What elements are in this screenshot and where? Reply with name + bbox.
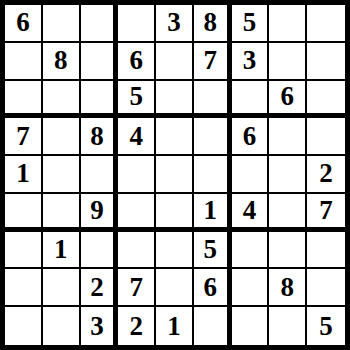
cell-r1c5[interactable]: 3	[156, 5, 194, 43]
cell-r9c2[interactable]	[43, 307, 81, 345]
cell-r8c7[interactable]	[232, 269, 270, 307]
cell-r4c5[interactable]	[156, 118, 194, 156]
cell-r1c2[interactable]	[43, 5, 81, 43]
cell-r9c9[interactable]: 5	[307, 307, 345, 345]
cell-r6c3[interactable]: 9	[81, 194, 119, 232]
cell-r1c7[interactable]: 5	[232, 5, 270, 43]
cell-r6c6[interactable]: 1	[194, 194, 232, 232]
cell-r6c1[interactable]	[5, 194, 43, 232]
cell-r8c6[interactable]: 6	[194, 269, 232, 307]
cell-r9c7[interactable]	[232, 307, 270, 345]
cell-r1c9[interactable]	[307, 5, 345, 43]
cell-r7c9[interactable]	[307, 232, 345, 270]
cell-r5c7[interactable]	[232, 156, 270, 194]
cell-r2c5[interactable]	[156, 43, 194, 81]
cell-r1c4[interactable]	[118, 5, 156, 43]
cell-r5c2[interactable]	[43, 156, 81, 194]
cell-r2c7[interactable]: 3	[232, 43, 270, 81]
cell-r5c6[interactable]	[194, 156, 232, 194]
cell-r2c8[interactable]	[269, 43, 307, 81]
cell-r1c1[interactable]: 6	[5, 5, 43, 43]
cell-r5c5[interactable]	[156, 156, 194, 194]
cell-r8c5[interactable]	[156, 269, 194, 307]
cell-r1c6[interactable]: 8	[194, 5, 232, 43]
cell-r8c9[interactable]	[307, 269, 345, 307]
cell-r9c3[interactable]: 3	[81, 307, 119, 345]
cell-r6c7[interactable]: 4	[232, 194, 270, 232]
cell-r3c8[interactable]: 6	[269, 81, 307, 119]
cell-r6c5[interactable]	[156, 194, 194, 232]
cell-r3c3[interactable]	[81, 81, 119, 119]
cell-r4c4[interactable]: 4	[118, 118, 156, 156]
cell-r4c6[interactable]	[194, 118, 232, 156]
cell-r9c5[interactable]: 1	[156, 307, 194, 345]
cell-r4c3[interactable]: 8	[81, 118, 119, 156]
cell-r3c6[interactable]	[194, 81, 232, 119]
cell-r3c9[interactable]	[307, 81, 345, 119]
cell-r4c8[interactable]	[269, 118, 307, 156]
cell-r5c3[interactable]	[81, 156, 119, 194]
cell-r8c1[interactable]	[5, 269, 43, 307]
cell-r7c6[interactable]: 5	[194, 232, 232, 270]
cell-r6c2[interactable]	[43, 194, 81, 232]
cell-r8c4[interactable]: 7	[118, 269, 156, 307]
cell-r4c9[interactable]	[307, 118, 345, 156]
cell-r5c8[interactable]	[269, 156, 307, 194]
cell-r7c1[interactable]	[5, 232, 43, 270]
cell-r2c1[interactable]	[5, 43, 43, 81]
cell-r8c8[interactable]: 8	[269, 269, 307, 307]
cell-r5c9[interactable]: 2	[307, 156, 345, 194]
cell-r9c4[interactable]: 2	[118, 307, 156, 345]
cell-r3c5[interactable]	[156, 81, 194, 119]
cell-r1c8[interactable]	[269, 5, 307, 43]
cell-r6c4[interactable]	[118, 194, 156, 232]
cell-r2c3[interactable]	[81, 43, 119, 81]
cell-r8c2[interactable]	[43, 269, 81, 307]
cell-r7c8[interactable]	[269, 232, 307, 270]
cell-r3c7[interactable]	[232, 81, 270, 119]
cell-r2c6[interactable]: 7	[194, 43, 232, 81]
cell-r5c4[interactable]	[118, 156, 156, 194]
cell-r7c5[interactable]	[156, 232, 194, 270]
cell-r9c8[interactable]	[269, 307, 307, 345]
cell-r5c1[interactable]: 1	[5, 156, 43, 194]
cell-r8c3[interactable]: 2	[81, 269, 119, 307]
cell-r4c2[interactable]	[43, 118, 81, 156]
cell-r3c2[interactable]	[43, 81, 81, 119]
cell-r3c4[interactable]: 5	[118, 81, 156, 119]
sudoku-board: 638586735678461291471527683215	[0, 0, 350, 350]
cell-r7c7[interactable]	[232, 232, 270, 270]
cell-r2c4[interactable]: 6	[118, 43, 156, 81]
cell-r6c8[interactable]	[269, 194, 307, 232]
cell-r6c9[interactable]: 7	[307, 194, 345, 232]
cell-r3c1[interactable]	[5, 81, 43, 119]
cell-r7c2[interactable]: 1	[43, 232, 81, 270]
cell-r4c1[interactable]: 7	[5, 118, 43, 156]
cell-r2c9[interactable]	[307, 43, 345, 81]
cell-r7c3[interactable]	[81, 232, 119, 270]
cell-r9c1[interactable]	[5, 307, 43, 345]
cell-r7c4[interactable]	[118, 232, 156, 270]
cell-r4c7[interactable]: 6	[232, 118, 270, 156]
cell-r9c6[interactable]	[194, 307, 232, 345]
cell-r1c3[interactable]	[81, 5, 119, 43]
cell-r2c2[interactable]: 8	[43, 43, 81, 81]
